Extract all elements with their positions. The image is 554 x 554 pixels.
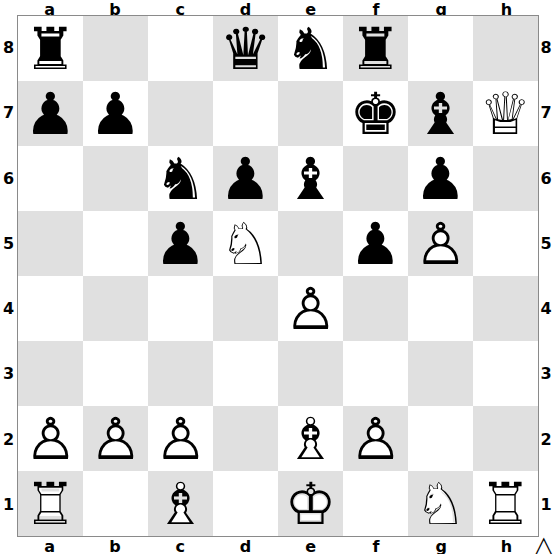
black-queen-piece: ♛ (213, 16, 278, 81)
white-piece-fill: ♞ (408, 471, 473, 536)
black-knight-piece: ♞ (278, 16, 343, 81)
white-pawn-piece: ♙ (18, 406, 83, 471)
white-piece-fill: ♝ (278, 406, 343, 471)
square-f3[interactable] (343, 341, 408, 406)
square-b3[interactable] (83, 341, 148, 406)
square-f8[interactable]: ♜ (343, 16, 408, 81)
square-c5[interactable]: ♟ (148, 211, 213, 276)
black-bishop-piece: ♝ (408, 81, 473, 146)
square-c2[interactable]: ♟♙ (148, 406, 213, 471)
square-b7[interactable]: ♟ (83, 81, 148, 146)
file-label-c: c (148, 537, 213, 554)
square-c1[interactable]: ♝♗ (148, 471, 213, 536)
rank-label-4: 4 (0, 276, 17, 341)
white-pawn-piece: ♙ (83, 406, 148, 471)
white-piece-fill: ♜ (18, 471, 83, 536)
square-h2[interactable] (473, 406, 538, 471)
square-e7[interactable] (278, 81, 343, 146)
file-label-g: g (409, 537, 474, 554)
file-label-f: f (343, 537, 408, 554)
white-pawn-piece: ♙ (278, 276, 343, 341)
square-h6[interactable] (473, 146, 538, 211)
square-g3[interactable] (408, 341, 473, 406)
white-to-move-triangle-icon: △ (535, 533, 553, 554)
white-knight-piece: ♘ (213, 211, 278, 276)
black-pawn-piece: ♟ (83, 81, 148, 146)
square-g6[interactable]: ♟ (408, 146, 473, 211)
rank-label-1: 1 (538, 472, 554, 537)
square-g7[interactable]: ♝ (408, 81, 473, 146)
square-a7[interactable]: ♟ (18, 81, 83, 146)
rank-label-8: 8 (538, 15, 554, 80)
rank-label-8: 8 (0, 15, 17, 80)
square-f5[interactable]: ♟ (343, 211, 408, 276)
rank-label-3: 3 (0, 341, 17, 406)
black-bishop-piece: ♝ (278, 146, 343, 211)
white-piece-fill: ♛ (473, 81, 538, 146)
square-h8[interactable] (473, 16, 538, 81)
white-rook-piece: ♖ (18, 471, 83, 536)
white-knight-piece: ♘ (408, 471, 473, 536)
rank-label-1: 1 (0, 472, 17, 537)
rank-labels-left: 87654321 (0, 15, 17, 537)
square-c8[interactable] (148, 16, 213, 81)
square-b1[interactable] (83, 471, 148, 536)
square-g5[interactable]: ♟♙ (408, 211, 473, 276)
square-d1[interactable] (213, 471, 278, 536)
square-b4[interactable] (83, 276, 148, 341)
white-piece-fill: ♝ (148, 471, 213, 536)
square-a3[interactable] (18, 341, 83, 406)
white-piece-fill: ♜ (473, 471, 538, 536)
square-g8[interactable] (408, 16, 473, 81)
white-queen-piece: ♕ (473, 81, 538, 146)
black-pawn-piece: ♟ (408, 146, 473, 211)
square-e2[interactable]: ♝♗ (278, 406, 343, 471)
square-b5[interactable] (83, 211, 148, 276)
square-f1[interactable] (343, 471, 408, 536)
square-e1[interactable]: ♚♔ (278, 471, 343, 536)
white-piece-fill: ♚ (278, 471, 343, 536)
square-d3[interactable] (213, 341, 278, 406)
file-labels-bottom: abcdefgh (17, 537, 539, 554)
white-piece-fill: ♟ (278, 276, 343, 341)
square-g2[interactable] (408, 406, 473, 471)
square-c6[interactable]: ♞ (148, 146, 213, 211)
square-d7[interactable] (213, 81, 278, 146)
square-d5[interactable]: ♞♘ (213, 211, 278, 276)
white-piece-fill: ♟ (148, 406, 213, 471)
rank-label-5: 5 (538, 211, 554, 276)
square-b8[interactable] (83, 16, 148, 81)
square-c3[interactable] (148, 341, 213, 406)
chess-diagram: abcdefgh 87654321 ♜♛♞♜♟♟♚♝♛♕♞♟♝♟♟♞♘♟♟♙♟♙… (0, 0, 554, 554)
square-a5[interactable] (18, 211, 83, 276)
white-pawn-piece: ♙ (408, 211, 473, 276)
square-h4[interactable] (473, 276, 538, 341)
file-label-d: d (213, 537, 278, 554)
rank-label-6: 6 (538, 146, 554, 211)
square-a6[interactable] (18, 146, 83, 211)
square-e5[interactable] (278, 211, 343, 276)
square-d2[interactable] (213, 406, 278, 471)
white-piece-fill: ♟ (83, 406, 148, 471)
white-pawn-piece: ♙ (148, 406, 213, 471)
square-d4[interactable] (213, 276, 278, 341)
file-label-e: e (278, 537, 343, 554)
black-rook-piece: ♜ (343, 16, 408, 81)
board: ♜♛♞♜♟♟♚♝♛♕♞♟♝♟♟♞♘♟♟♙♟♙♟♙♟♙♟♙♝♗♟♙♜♖♝♗♚♔♞♘… (17, 15, 539, 537)
square-g1[interactable]: ♞♘ (408, 471, 473, 536)
black-knight-piece: ♞ (148, 146, 213, 211)
square-b6[interactable] (83, 146, 148, 211)
square-d6[interactable]: ♟ (213, 146, 278, 211)
rank-label-2: 2 (0, 407, 17, 472)
square-f2[interactable]: ♟♙ (343, 406, 408, 471)
white-piece-fill: ♟ (408, 211, 473, 276)
white-piece-fill: ♞ (213, 211, 278, 276)
square-a4[interactable] (18, 276, 83, 341)
white-pawn-piece: ♙ (343, 406, 408, 471)
white-bishop-piece: ♗ (278, 406, 343, 471)
rank-label-5: 5 (0, 211, 17, 276)
rank-label-3: 3 (538, 341, 554, 406)
rank-label-6: 6 (0, 146, 17, 211)
black-king-piece: ♚ (343, 81, 408, 146)
rank-label-7: 7 (0, 80, 17, 145)
square-c7[interactable] (148, 81, 213, 146)
white-piece-fill: ♟ (18, 406, 83, 471)
square-e4[interactable]: ♟♙ (278, 276, 343, 341)
square-g4[interactable] (408, 276, 473, 341)
square-e8[interactable]: ♞ (278, 16, 343, 81)
square-f7[interactable]: ♚ (343, 81, 408, 146)
square-h5[interactable] (473, 211, 538, 276)
black-rook-piece: ♜ (18, 16, 83, 81)
black-pawn-piece: ♟ (18, 81, 83, 146)
rank-label-7: 7 (538, 80, 554, 145)
black-pawn-piece: ♟ (213, 146, 278, 211)
black-pawn-piece: ♟ (148, 211, 213, 276)
square-h7[interactable]: ♛♕ (473, 81, 538, 146)
square-f6[interactable] (343, 146, 408, 211)
square-h3[interactable] (473, 341, 538, 406)
file-label-h: h (474, 537, 539, 554)
square-a2[interactable]: ♟♙ (18, 406, 83, 471)
rank-label-4: 4 (538, 276, 554, 341)
file-label-b: b (82, 537, 147, 554)
square-a8[interactable]: ♜ (18, 16, 83, 81)
white-bishop-piece: ♗ (148, 471, 213, 536)
rank-labels-right: 87654321 (538, 15, 554, 537)
square-e3[interactable] (278, 341, 343, 406)
square-f4[interactable] (343, 276, 408, 341)
square-d8[interactable]: ♛ (213, 16, 278, 81)
square-a1[interactable]: ♜♖ (18, 471, 83, 536)
rank-label-2: 2 (538, 407, 554, 472)
file-labels-top: abcdefgh (17, 0, 539, 15)
black-pawn-piece: ♟ (343, 211, 408, 276)
square-b2[interactable]: ♟♙ (83, 406, 148, 471)
white-piece-fill: ♟ (343, 406, 408, 471)
square-c4[interactable] (148, 276, 213, 341)
file-label-a: a (17, 537, 82, 554)
white-rook-piece: ♖ (473, 471, 538, 536)
square-h1[interactable]: ♜♖ (473, 471, 538, 536)
square-e6[interactable]: ♝ (278, 146, 343, 211)
white-king-piece: ♔ (278, 471, 343, 536)
